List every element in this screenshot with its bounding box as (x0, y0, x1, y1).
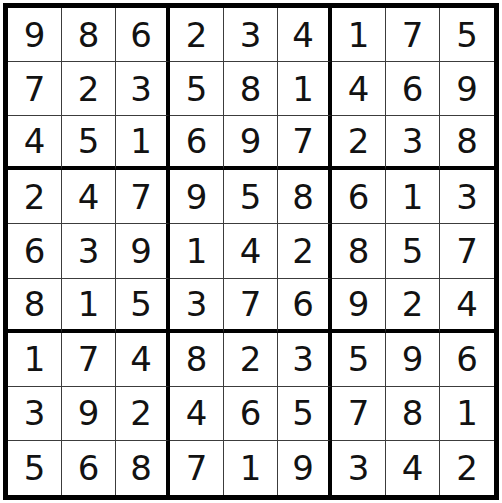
cell-r3c6[interactable]: 7 (278, 116, 332, 170)
cell-r2c5[interactable]: 8 (224, 62, 278, 116)
cell-r5c7[interactable]: 8 (332, 224, 386, 278)
cell-r2c7[interactable]: 4 (332, 62, 386, 116)
cell-r8c1[interactable]: 3 (8, 387, 62, 441)
cell-r7c6[interactable]: 3 (278, 333, 332, 387)
cell-r2c8[interactable]: 6 (386, 62, 440, 116)
cell-r7c5[interactable]: 2 (224, 333, 278, 387)
sudoku-board: 9862341757235814694516972382479586136391… (3, 3, 499, 500)
cell-r5c6[interactable]: 2 (278, 224, 332, 278)
cell-r5c5[interactable]: 4 (224, 224, 278, 278)
cell-r2c9[interactable]: 9 (440, 62, 494, 116)
cell-r9c6[interactable]: 9 (278, 441, 332, 495)
cell-r8c4[interactable]: 4 (170, 387, 224, 441)
cell-r1c8[interactable]: 7 (386, 8, 440, 62)
cell-r9c1[interactable]: 5 (8, 441, 62, 495)
cell-r1c4[interactable]: 2 (170, 8, 224, 62)
cell-r1c5[interactable]: 3 (224, 8, 278, 62)
cell-r5c1[interactable]: 6 (8, 224, 62, 278)
cell-r3c3[interactable]: 1 (116, 116, 170, 170)
cell-r6c3[interactable]: 5 (116, 279, 170, 333)
cell-r2c3[interactable]: 3 (116, 62, 170, 116)
cell-r7c3[interactable]: 4 (116, 333, 170, 387)
cell-r8c2[interactable]: 9 (62, 387, 116, 441)
cell-r7c4[interactable]: 8 (170, 333, 224, 387)
cell-r6c9[interactable]: 4 (440, 279, 494, 333)
cell-r6c2[interactable]: 1 (62, 279, 116, 333)
cell-r7c7[interactable]: 5 (332, 333, 386, 387)
cell-r9c8[interactable]: 4 (386, 441, 440, 495)
cell-r4c2[interactable]: 4 (62, 170, 116, 224)
cell-r9c3[interactable]: 8 (116, 441, 170, 495)
cell-r7c9[interactable]: 6 (440, 333, 494, 387)
cell-r1c3[interactable]: 6 (116, 8, 170, 62)
cell-r6c5[interactable]: 7 (224, 279, 278, 333)
cell-r5c9[interactable]: 7 (440, 224, 494, 278)
cell-r4c5[interactable]: 5 (224, 170, 278, 224)
cell-r7c2[interactable]: 7 (62, 333, 116, 387)
cell-r1c6[interactable]: 4 (278, 8, 332, 62)
cell-r3c7[interactable]: 2 (332, 116, 386, 170)
cell-r8c9[interactable]: 1 (440, 387, 494, 441)
sudoku-board-wrapper: 9862341757235814694516972382479586136391… (0, 0, 502, 503)
cell-r4c8[interactable]: 1 (386, 170, 440, 224)
cell-r8c8[interactable]: 8 (386, 387, 440, 441)
cell-r3c9[interactable]: 8 (440, 116, 494, 170)
cell-r1c9[interactable]: 5 (440, 8, 494, 62)
cell-r4c3[interactable]: 7 (116, 170, 170, 224)
cell-r5c4[interactable]: 1 (170, 224, 224, 278)
cell-r6c7[interactable]: 9 (332, 279, 386, 333)
cell-r7c8[interactable]: 9 (386, 333, 440, 387)
cell-r4c6[interactable]: 8 (278, 170, 332, 224)
cell-r8c7[interactable]: 7 (332, 387, 386, 441)
cell-r9c9[interactable]: 2 (440, 441, 494, 495)
cell-r1c2[interactable]: 8 (62, 8, 116, 62)
cell-r6c6[interactable]: 6 (278, 279, 332, 333)
cell-r4c9[interactable]: 3 (440, 170, 494, 224)
cell-r6c4[interactable]: 3 (170, 279, 224, 333)
cell-r5c8[interactable]: 5 (386, 224, 440, 278)
cell-r4c1[interactable]: 2 (8, 170, 62, 224)
cell-r3c1[interactable]: 4 (8, 116, 62, 170)
cell-r3c2[interactable]: 5 (62, 116, 116, 170)
cell-r5c2[interactable]: 3 (62, 224, 116, 278)
cell-r9c7[interactable]: 3 (332, 441, 386, 495)
cell-r2c4[interactable]: 5 (170, 62, 224, 116)
cell-r8c3[interactable]: 2 (116, 387, 170, 441)
cell-r9c4[interactable]: 7 (170, 441, 224, 495)
cell-r6c1[interactable]: 8 (8, 279, 62, 333)
cell-r2c1[interactable]: 7 (8, 62, 62, 116)
cell-r4c4[interactable]: 9 (170, 170, 224, 224)
cell-r1c7[interactable]: 1 (332, 8, 386, 62)
cell-r3c4[interactable]: 6 (170, 116, 224, 170)
cell-r9c2[interactable]: 6 (62, 441, 116, 495)
cell-r9c5[interactable]: 1 (224, 441, 278, 495)
cell-r3c8[interactable]: 3 (386, 116, 440, 170)
cell-r6c8[interactable]: 2 (386, 279, 440, 333)
cell-r8c5[interactable]: 6 (224, 387, 278, 441)
cell-r4c7[interactable]: 6 (332, 170, 386, 224)
cell-r2c6[interactable]: 1 (278, 62, 332, 116)
cell-r1c1[interactable]: 9 (8, 8, 62, 62)
cell-r8c6[interactable]: 5 (278, 387, 332, 441)
cell-r7c1[interactable]: 1 (8, 333, 62, 387)
cell-r3c5[interactable]: 9 (224, 116, 278, 170)
cell-r5c3[interactable]: 9 (116, 224, 170, 278)
cell-r2c2[interactable]: 2 (62, 62, 116, 116)
